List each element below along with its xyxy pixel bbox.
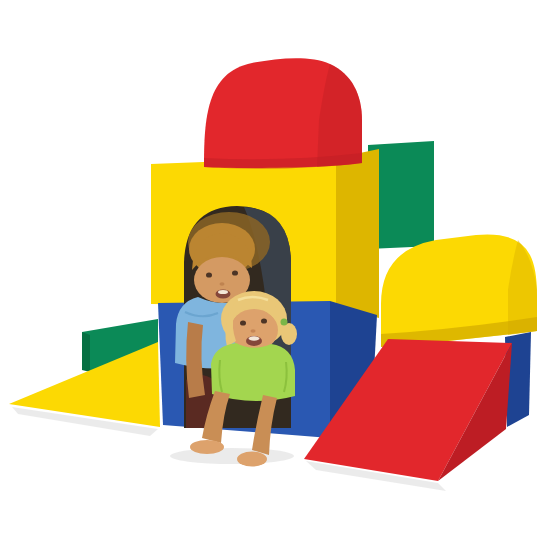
- girl-eye-right: [261, 318, 267, 323]
- girl-pigtail: [281, 323, 297, 345]
- girl-nose: [251, 329, 256, 333]
- yellow-tunnel-cube-side: [336, 149, 379, 318]
- boy-teeth: [218, 290, 228, 294]
- boy-eye-left: [206, 272, 212, 277]
- girl-teeth: [249, 336, 260, 340]
- hands-shadow: [170, 448, 294, 464]
- boy-nose: [220, 282, 225, 286]
- red-dome-block: [204, 58, 362, 169]
- boy-eye-right: [232, 270, 238, 275]
- girl-hand-right: [237, 452, 267, 467]
- girl-hair-tie: [281, 319, 288, 326]
- product-photo: [0, 0, 550, 550]
- girl-hand-left: [190, 440, 224, 454]
- girl-eye-left: [240, 320, 246, 325]
- green-wedge-left-face: [82, 332, 90, 372]
- soft-play-blocks-illustration: [0, 0, 550, 550]
- girl-shirt: [211, 343, 295, 401]
